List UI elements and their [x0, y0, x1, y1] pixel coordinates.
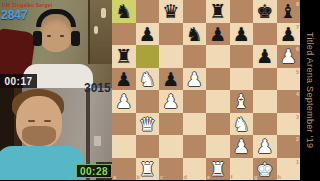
eye — [44, 120, 51, 122]
square-h5[interactable]: 5 — [277, 68, 301, 91]
white-pawn-c4[interactable]: ♟ — [162, 90, 179, 112]
square-a7[interactable] — [112, 23, 136, 46]
black-king-g8[interactable]: ♚ — [256, 0, 273, 22]
black-rook-e8[interactable]: ♜ — [209, 0, 226, 22]
square-b8[interactable] — [136, 0, 160, 23]
coord-rank-6: 6 — [296, 46, 299, 52]
teal-shirt — [0, 146, 84, 180]
square-a3[interactable] — [112, 113, 136, 136]
white-pawn-g2[interactable]: ♟ — [256, 135, 273, 157]
square-d3[interactable] — [183, 113, 207, 136]
square-g8[interactable]: ♚ — [253, 0, 277, 23]
square-f1[interactable]: f — [230, 158, 254, 181]
square-a2[interactable] — [112, 135, 136, 158]
coord-file-b: b — [137, 174, 140, 180]
square-c1[interactable]: c — [159, 158, 183, 181]
coord-file-d: d — [184, 174, 187, 180]
eye — [28, 120, 35, 122]
beard — [22, 126, 56, 146]
eye — [47, 35, 51, 37]
square-g7[interactable] — [253, 23, 277, 46]
coord-file-h: h — [278, 174, 281, 180]
trophy-shelf — [88, 0, 112, 64]
coord-rank-8: 8 — [296, 1, 299, 7]
white-knight-f3[interactable]: ♞ — [233, 113, 250, 135]
black-pawn-g6[interactable]: ♟ — [256, 45, 273, 67]
headphone-cup-left — [33, 31, 42, 46]
white-pawn-d5[interactable]: ♟ — [186, 68, 203, 90]
square-g2[interactable]: ♟ — [253, 135, 277, 158]
coord-rank-7: 7 — [296, 24, 299, 30]
square-f5[interactable] — [230, 68, 254, 91]
square-h2[interactable]: 2 — [277, 135, 301, 158]
square-h3[interactable]: 3 — [277, 113, 301, 136]
square-b5[interactable]: ♞ — [136, 68, 160, 91]
white-rook-b1[interactable]: ♜ — [139, 158, 156, 180]
square-h7[interactable]: ♟7 — [277, 23, 301, 46]
coord-file-a: a — [113, 174, 116, 180]
chess-board[interactable]: ♞♛♜♚♝8♟♞♟♟♟7♜♟♟6♟♞♟♟5♟♟♝4♛♞3♟♟2a♜bcd♜ef♚… — [112, 0, 300, 180]
headphones-icon — [36, 9, 76, 27]
square-e2[interactable] — [206, 135, 230, 158]
white-pawn-h6[interactable]: ♟ — [280, 45, 297, 67]
square-d2[interactable] — [183, 135, 207, 158]
square-d7[interactable]: ♞ — [183, 23, 207, 46]
square-d8[interactable] — [183, 0, 207, 23]
square-c7[interactable] — [159, 23, 183, 46]
white-king-g1[interactable]: ♚ — [256, 158, 273, 180]
event-banner-text: Titled Arena September '19 — [305, 32, 315, 148]
event-banner: Titled Arena September '19 — [300, 0, 320, 180]
square-g3[interactable] — [253, 113, 277, 136]
black-pawn-e7[interactable]: ♟ — [209, 23, 226, 45]
coord-file-c: c — [160, 174, 163, 180]
white-pawn-f2[interactable]: ♟ — [233, 135, 250, 157]
square-e3[interactable] — [206, 113, 230, 136]
square-b4[interactable] — [136, 90, 160, 113]
stream-screen: GM Zhigalko Sergei 2847 3015 00:17 00:28… — [0, 0, 320, 180]
square-a6[interactable]: ♜ — [112, 45, 136, 68]
square-b7[interactable]: ♟ — [136, 23, 160, 46]
eye — [60, 35, 64, 37]
black-bishop-h8[interactable]: ♝ — [280, 0, 297, 22]
square-b6[interactable] — [136, 45, 160, 68]
square-h4[interactable]: 4 — [277, 90, 301, 113]
square-d5[interactable]: ♟ — [183, 68, 207, 91]
coord-rank-4: 4 — [296, 91, 299, 97]
trophy — [94, 26, 98, 34]
bottom-player-rating: 3015 — [84, 81, 111, 95]
square-f2[interactable]: ♟ — [230, 135, 254, 158]
square-h8[interactable]: ♝8 — [277, 0, 301, 23]
square-e7[interactable]: ♟ — [206, 23, 230, 46]
square-b2[interactable] — [136, 135, 160, 158]
black-pawn-h7[interactable]: ♟ — [280, 23, 297, 45]
top-player-rating: 2847 — [1, 8, 28, 22]
square-a1[interactable]: a — [112, 158, 136, 181]
black-pawn-c5[interactable]: ♟ — [162, 68, 179, 90]
square-c4[interactable]: ♟ — [159, 90, 183, 113]
black-rook-a6[interactable]: ♜ — [115, 45, 132, 67]
square-g4[interactable] — [253, 90, 277, 113]
headphone-cup-right — [71, 31, 80, 46]
black-pawn-f7[interactable]: ♟ — [233, 23, 250, 45]
square-c8[interactable]: ♛ — [159, 0, 183, 23]
square-f7[interactable]: ♟ — [230, 23, 254, 46]
light-switch — [94, 136, 101, 146]
square-d4[interactable] — [183, 90, 207, 113]
square-f8[interactable] — [230, 0, 254, 23]
coord-rank-3: 3 — [296, 114, 299, 120]
coord-rank-1: 1 — [296, 159, 299, 165]
square-e5[interactable] — [206, 68, 230, 91]
square-f6[interactable] — [230, 45, 254, 68]
square-h1[interactable]: h1 — [277, 158, 301, 181]
coord-rank-5: 5 — [296, 69, 299, 75]
square-b1[interactable]: ♜b — [136, 158, 160, 181]
black-queen-c8[interactable]: ♛ — [162, 0, 179, 22]
coord-file-g: g — [254, 174, 257, 180]
black-pawn-a5[interactable]: ♟ — [115, 68, 132, 90]
square-c3[interactable] — [159, 113, 183, 136]
trophy — [101, 8, 106, 18]
square-f3[interactable]: ♞ — [230, 113, 254, 136]
white-pawn-a4[interactable]: ♟ — [115, 90, 132, 112]
square-c2[interactable] — [159, 135, 183, 158]
square-g1[interactable]: ♚g — [253, 158, 277, 181]
square-c5[interactable]: ♟ — [159, 68, 183, 91]
square-e1[interactable]: ♜e — [206, 158, 230, 181]
white-queen-b3[interactable]: ♛ — [139, 113, 156, 135]
black-knight-a8[interactable]: ♞ — [115, 0, 132, 22]
square-a5[interactable]: ♟ — [112, 68, 136, 91]
top-player-clock: 00:17 — [0, 74, 37, 88]
square-a4[interactable]: ♟ — [112, 90, 136, 113]
white-bishop-f4[interactable]: ♝ — [233, 90, 250, 112]
square-g6[interactable]: ♟ — [253, 45, 277, 68]
black-pawn-b7[interactable]: ♟ — [139, 23, 156, 45]
square-e6[interactable] — [206, 45, 230, 68]
square-a8[interactable]: ♞ — [112, 0, 136, 23]
square-c6[interactable] — [159, 45, 183, 68]
coord-file-e: e — [207, 174, 210, 180]
square-e8[interactable]: ♜ — [206, 0, 230, 23]
square-h6[interactable]: ♟6 — [277, 45, 301, 68]
bottom-player-clock: 00:28 — [76, 164, 112, 178]
square-f4[interactable]: ♝ — [230, 90, 254, 113]
square-g5[interactable] — [253, 68, 277, 91]
square-d1[interactable]: d — [183, 158, 207, 181]
coord-rank-2: 2 — [296, 136, 299, 142]
square-d6[interactable] — [183, 45, 207, 68]
square-e4[interactable] — [206, 90, 230, 113]
white-rook-e1[interactable]: ♜ — [209, 158, 226, 180]
black-knight-d7[interactable]: ♞ — [186, 23, 203, 45]
coord-file-f: f — [231, 174, 233, 180]
white-knight-b5[interactable]: ♞ — [139, 68, 156, 90]
square-b3[interactable]: ♛ — [136, 113, 160, 136]
